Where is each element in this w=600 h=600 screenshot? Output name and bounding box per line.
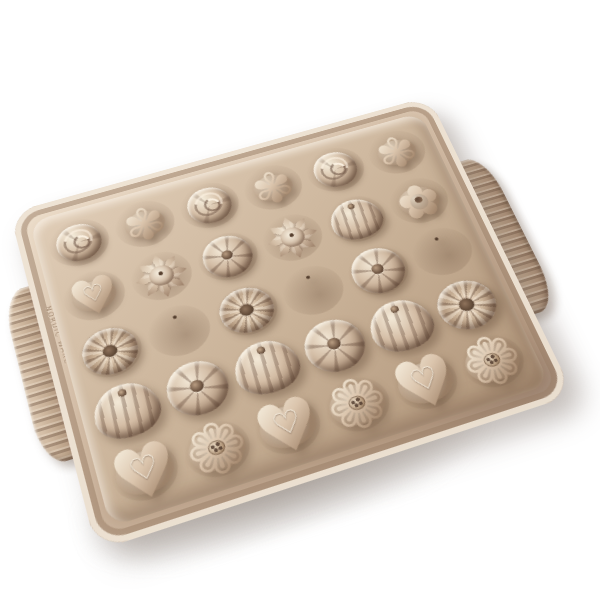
dahlia-glyph: ✾ — [369, 128, 425, 177]
mold-star-flower — [130, 248, 194, 304]
mold-rose — [308, 147, 363, 192]
mold-heart: ♥ — [62, 267, 127, 324]
mold-swirl-bundt — [344, 242, 413, 300]
mold-tiered-star — [407, 222, 478, 281]
mold-swirl-bundt — [197, 230, 259, 283]
product-photo: NORDIC WARE ✾✾✾♥✿♥❁♥❁♥❁ — [0, 0, 600, 600]
pan-rim: NORDIC WARE ✾✾✾♥✿♥❁♥❁♥❁ — [10, 97, 574, 551]
mold-plumeria: ✿ — [386, 175, 452, 227]
dahlia-glyph: ✾ — [246, 162, 301, 213]
heart-glyph: ♥ — [63, 264, 126, 327]
mold-pumpkin — [324, 193, 390, 245]
mold-tiered-star — [144, 299, 215, 362]
mold-dahlia: ✾ — [366, 129, 427, 176]
mold-dahlia: ✾ — [243, 163, 304, 212]
sunflower-glyph: ❁ — [177, 407, 257, 492]
mold-wreath-bundt — [213, 281, 281, 339]
mold-rose — [52, 219, 107, 267]
mold-tiered-star — [278, 260, 349, 321]
mold-star-flower — [260, 210, 325, 264]
mold-wreath-bundt — [77, 321, 144, 382]
tea-cakes-pan: NORDIC WARE ✾✾✾♥✿♥❁♥❁♥❁ — [10, 97, 574, 551]
plumeria-glyph: ✿ — [389, 173, 450, 228]
dahlia-glyph: ✾ — [118, 198, 172, 251]
mold-dahlia: ✾ — [115, 199, 175, 249]
mold-rose — [182, 182, 237, 228]
